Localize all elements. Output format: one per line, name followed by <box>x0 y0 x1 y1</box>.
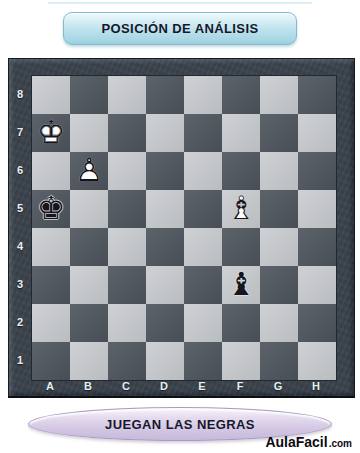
square-f4 <box>222 228 260 266</box>
analysis-title-banner: POSICIÓN DE ANÁLISIS <box>63 12 297 45</box>
square-c5 <box>108 190 146 228</box>
square-a3 <box>32 266 70 304</box>
square-c6 <box>108 152 146 190</box>
square-b4 <box>70 228 108 266</box>
rank-label-5: 5 <box>9 189 31 227</box>
file-label-h: H <box>297 377 335 394</box>
square-b6 <box>70 152 108 190</box>
square-c4 <box>108 228 146 266</box>
page: { "game": "chess", "position": { "fen": … <box>0 0 360 453</box>
chess-board: 87654321 ♚♔♟♙♝♗♚♝ ABCDEFGH <box>8 58 355 398</box>
square-d1 <box>146 342 184 380</box>
square-c7 <box>108 114 146 152</box>
rank-label-8: 8 <box>9 75 31 113</box>
square-a2 <box>32 304 70 342</box>
square-e8 <box>184 76 222 114</box>
square-b7 <box>70 114 108 152</box>
square-e4 <box>184 228 222 266</box>
square-g3 <box>260 266 298 304</box>
square-h3 <box>298 266 336 304</box>
rank-label-3: 3 <box>9 265 31 303</box>
file-labels: ABCDEFGH <box>31 377 335 394</box>
square-c1 <box>108 342 146 380</box>
rank-label-6: 6 <box>9 151 31 189</box>
rank-label-2: 2 <box>9 303 31 341</box>
square-f6 <box>222 152 260 190</box>
aulafacil-logo: AulaFacil .com <box>265 434 352 450</box>
file-label-f: F <box>221 377 259 394</box>
file-label-e: E <box>183 377 221 394</box>
square-g5 <box>260 190 298 228</box>
square-f7 <box>222 114 260 152</box>
square-g2 <box>260 304 298 342</box>
square-g8 <box>260 76 298 114</box>
rank-labels: 87654321 <box>9 75 31 379</box>
square-h1 <box>298 342 336 380</box>
square-b3 <box>70 266 108 304</box>
square-h5 <box>298 190 336 228</box>
square-d3 <box>146 266 184 304</box>
rank-label-4: 4 <box>9 227 31 265</box>
square-d2 <box>146 304 184 342</box>
square-a7 <box>32 114 70 152</box>
board-grid: ♚♔♟♙♝♗♚♝ <box>31 75 337 381</box>
square-h4 <box>298 228 336 266</box>
square-f2 <box>222 304 260 342</box>
square-d8 <box>146 76 184 114</box>
square-a1 <box>32 342 70 380</box>
square-e7 <box>184 114 222 152</box>
square-b5 <box>70 190 108 228</box>
analysis-title: POSICIÓN DE ANÁLISIS <box>101 21 258 36</box>
file-label-c: C <box>107 377 145 394</box>
rank-label-1: 1 <box>9 341 31 379</box>
square-e1 <box>184 342 222 380</box>
square-d4 <box>146 228 184 266</box>
square-h7 <box>298 114 336 152</box>
square-c3 <box>108 266 146 304</box>
square-g4 <box>260 228 298 266</box>
square-g6 <box>260 152 298 190</box>
square-h8 <box>298 76 336 114</box>
square-f1 <box>222 342 260 380</box>
square-f8 <box>222 76 260 114</box>
square-g7 <box>260 114 298 152</box>
file-label-g: G <box>259 377 297 394</box>
brand-suffix: .com <box>329 438 352 449</box>
square-a5 <box>32 190 70 228</box>
square-c8 <box>108 76 146 114</box>
square-c2 <box>108 304 146 342</box>
square-a4 <box>32 228 70 266</box>
square-e5 <box>184 190 222 228</box>
square-g1 <box>260 342 298 380</box>
square-b2 <box>70 304 108 342</box>
square-d7 <box>146 114 184 152</box>
rank-label-7: 7 <box>9 113 31 151</box>
square-b8 <box>70 76 108 114</box>
square-a6 <box>32 152 70 190</box>
turn-indicator-text: JUEGAN LAS NEGRAS <box>105 417 255 432</box>
brand-name: AulaFacil <box>265 434 327 450</box>
square-a8 <box>32 76 70 114</box>
square-d6 <box>146 152 184 190</box>
square-e6 <box>184 152 222 190</box>
square-h2 <box>298 304 336 342</box>
top-sheen-line <box>48 2 312 4</box>
file-label-b: B <box>69 377 107 394</box>
square-b1 <box>70 342 108 380</box>
square-f5 <box>222 190 260 228</box>
square-f3 <box>222 266 260 304</box>
square-e3 <box>184 266 222 304</box>
file-label-d: D <box>145 377 183 394</box>
file-label-a: A <box>31 377 69 394</box>
square-h6 <box>298 152 336 190</box>
square-d5 <box>146 190 184 228</box>
square-e2 <box>184 304 222 342</box>
